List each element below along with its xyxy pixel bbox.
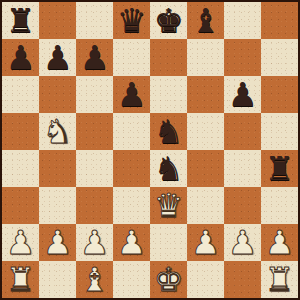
square-a4[interactable] — [2, 150, 39, 187]
square-g1[interactable] — [224, 261, 261, 298]
square-d1[interactable] — [113, 261, 150, 298]
square-f2[interactable]: ♟ — [187, 224, 224, 261]
square-h1[interactable]: ♜ — [261, 261, 298, 298]
square-e6[interactable] — [150, 76, 187, 113]
square-d6[interactable]: ♟ — [113, 76, 150, 113]
piece-white-bishop-c1[interactable]: ♝ — [80, 261, 110, 298]
square-f4[interactable] — [187, 150, 224, 187]
piece-black-queen-d8[interactable]: ♛ — [117, 2, 147, 39]
piece-white-pawn-a2[interactable]: ♟ — [6, 224, 36, 261]
square-d5[interactable] — [113, 113, 150, 150]
piece-black-rook-h4[interactable]: ♜ — [265, 150, 295, 187]
piece-black-pawn-c7[interactable]: ♟ — [80, 39, 110, 76]
square-g8[interactable] — [224, 2, 261, 39]
square-c5[interactable] — [76, 113, 113, 150]
piece-white-pawn-c2[interactable]: ♟ — [80, 224, 110, 261]
square-h7[interactable] — [261, 39, 298, 76]
square-c4[interactable] — [76, 150, 113, 187]
piece-black-pawn-g6[interactable]: ♟ — [228, 76, 258, 113]
square-c2[interactable]: ♟ — [76, 224, 113, 261]
square-h3[interactable] — [261, 187, 298, 224]
square-a1[interactable]: ♜ — [2, 261, 39, 298]
piece-white-rook-a1[interactable]: ♜ — [6, 261, 36, 298]
piece-white-pawn-h2[interactable]: ♟ — [265, 224, 295, 261]
square-c3[interactable] — [76, 187, 113, 224]
piece-black-rook-a8[interactable]: ♜ — [6, 2, 36, 39]
square-f8[interactable]: ♝ — [187, 2, 224, 39]
square-f5[interactable] — [187, 113, 224, 150]
chess-board-frame: ♜♛♚♝♟♟♟♟♟♞♞♞♜♛♟♟♟♟♟♟♟♜♝♚♜ — [0, 0, 300, 300]
square-a5[interactable] — [2, 113, 39, 150]
square-d2[interactable]: ♟ — [113, 224, 150, 261]
square-c1[interactable]: ♝ — [76, 261, 113, 298]
square-f6[interactable] — [187, 76, 224, 113]
square-h2[interactable]: ♟ — [261, 224, 298, 261]
piece-black-knight-e4[interactable]: ♞ — [154, 150, 184, 187]
square-f1[interactable] — [187, 261, 224, 298]
square-f3[interactable] — [187, 187, 224, 224]
piece-white-knight-b5[interactable]: ♞ — [43, 113, 73, 150]
square-b2[interactable]: ♟ — [39, 224, 76, 261]
square-b6[interactable] — [39, 76, 76, 113]
square-g4[interactable] — [224, 150, 261, 187]
square-d3[interactable] — [113, 187, 150, 224]
square-a8[interactable]: ♜ — [2, 2, 39, 39]
square-b4[interactable] — [39, 150, 76, 187]
square-c7[interactable]: ♟ — [76, 39, 113, 76]
square-d8[interactable]: ♛ — [113, 2, 150, 39]
piece-black-knight-e5[interactable]: ♞ — [154, 113, 184, 150]
square-e7[interactable] — [150, 39, 187, 76]
piece-white-queen-e3[interactable]: ♛ — [154, 187, 184, 224]
chess-board: ♜♛♚♝♟♟♟♟♟♞♞♞♜♛♟♟♟♟♟♟♟♜♝♚♜ — [2, 2, 298, 298]
square-g2[interactable]: ♟ — [224, 224, 261, 261]
piece-black-pawn-a7[interactable]: ♟ — [6, 39, 36, 76]
square-b7[interactable]: ♟ — [39, 39, 76, 76]
square-h4[interactable]: ♜ — [261, 150, 298, 187]
square-b8[interactable] — [39, 2, 76, 39]
square-b3[interactable] — [39, 187, 76, 224]
square-a3[interactable] — [2, 187, 39, 224]
piece-white-rook-h1[interactable]: ♜ — [265, 261, 295, 298]
square-e2[interactable] — [150, 224, 187, 261]
piece-black-pawn-b7[interactable]: ♟ — [43, 39, 73, 76]
square-b1[interactable] — [39, 261, 76, 298]
square-d7[interactable] — [113, 39, 150, 76]
square-c6[interactable] — [76, 76, 113, 113]
square-a2[interactable]: ♟ — [2, 224, 39, 261]
piece-white-pawn-d2[interactable]: ♟ — [117, 224, 147, 261]
square-e1[interactable]: ♚ — [150, 261, 187, 298]
piece-white-pawn-f2[interactable]: ♟ — [191, 224, 221, 261]
piece-white-pawn-b2[interactable]: ♟ — [43, 224, 73, 261]
piece-black-bishop-f8[interactable]: ♝ — [191, 2, 221, 39]
piece-black-pawn-d6[interactable]: ♟ — [117, 76, 147, 113]
square-b5[interactable]: ♞ — [39, 113, 76, 150]
square-g3[interactable] — [224, 187, 261, 224]
square-a7[interactable]: ♟ — [2, 39, 39, 76]
square-h8[interactable] — [261, 2, 298, 39]
square-h6[interactable] — [261, 76, 298, 113]
square-d4[interactable] — [113, 150, 150, 187]
square-e5[interactable]: ♞ — [150, 113, 187, 150]
piece-white-pawn-g2[interactable]: ♟ — [228, 224, 258, 261]
square-c8[interactable] — [76, 2, 113, 39]
square-e3[interactable]: ♛ — [150, 187, 187, 224]
piece-black-king-e8[interactable]: ♚ — [154, 2, 184, 39]
square-e8[interactable]: ♚ — [150, 2, 187, 39]
square-a6[interactable] — [2, 76, 39, 113]
square-g7[interactable] — [224, 39, 261, 76]
square-g5[interactable] — [224, 113, 261, 150]
square-f7[interactable] — [187, 39, 224, 76]
piece-white-king-e1[interactable]: ♚ — [154, 261, 184, 298]
square-g6[interactable]: ♟ — [224, 76, 261, 113]
square-e4[interactable]: ♞ — [150, 150, 187, 187]
square-h5[interactable] — [261, 113, 298, 150]
